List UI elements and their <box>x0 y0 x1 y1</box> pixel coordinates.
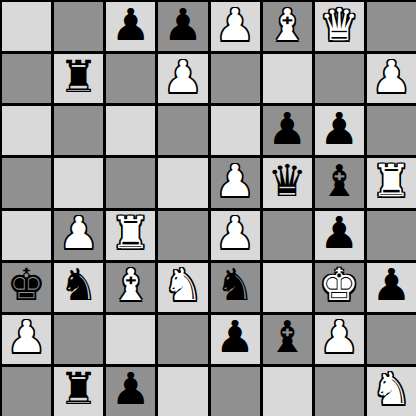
square-f7[interactable] <box>263 54 312 103</box>
square-b2[interactable] <box>54 315 103 364</box>
square-c3[interactable]: ♝ <box>106 263 155 312</box>
black-rook-piece: ♜ <box>59 55 98 99</box>
black-bishop-piece: ♝ <box>320 159 359 203</box>
square-d7[interactable]: ♟ <box>158 54 207 103</box>
black-pawn-piece: ♟ <box>372 263 411 307</box>
square-g4[interactable]: ♟ <box>315 211 364 260</box>
square-e1[interactable] <box>211 367 260 416</box>
black-king-piece: ♚ <box>7 263 46 307</box>
white-king-piece: ♚ <box>320 263 359 307</box>
square-e7[interactable] <box>211 54 260 103</box>
black-knight-piece: ♞ <box>215 263 254 307</box>
square-e6[interactable] <box>211 106 260 155</box>
square-b8[interactable] <box>54 2 103 51</box>
square-b7[interactable]: ♜ <box>54 54 103 103</box>
white-rook-piece: ♜ <box>372 159 411 203</box>
square-c5[interactable] <box>106 158 155 207</box>
white-pawn-piece: ♟ <box>372 55 411 99</box>
square-b6[interactable] <box>54 106 103 155</box>
square-f6[interactable]: ♟ <box>263 106 312 155</box>
square-d3[interactable]: ♞ <box>158 263 207 312</box>
square-f8[interactable]: ♝ <box>263 2 312 51</box>
black-pawn-piece: ♟ <box>320 211 359 255</box>
square-e3[interactable]: ♞ <box>211 263 260 312</box>
white-pawn-piece: ♟ <box>7 315 46 359</box>
white-pawn-piece: ♟ <box>59 211 98 255</box>
square-g6[interactable]: ♟ <box>315 106 364 155</box>
white-pawn-piece: ♟ <box>215 3 254 47</box>
square-a2[interactable]: ♟ <box>2 315 51 364</box>
square-e2[interactable]: ♟ <box>211 315 260 364</box>
square-f1[interactable] <box>263 367 312 416</box>
square-h2[interactable] <box>367 315 416 364</box>
chess-board: ♟♟♟♝♛♜♟♟♟♟♟♛♝♜♟♜♟♟♚♞♝♞♞♚♟♟♟♝♟♜♟♞ <box>0 0 416 416</box>
square-h1[interactable]: ♞ <box>367 367 416 416</box>
square-g8[interactable]: ♛ <box>315 2 364 51</box>
square-c6[interactable] <box>106 106 155 155</box>
square-a3[interactable]: ♚ <box>2 263 51 312</box>
square-h7[interactable]: ♟ <box>367 54 416 103</box>
square-f4[interactable] <box>263 211 312 260</box>
black-pawn-piece: ♟ <box>111 3 150 47</box>
black-pawn-piece: ♟ <box>111 367 150 411</box>
square-g5[interactable]: ♝ <box>315 158 364 207</box>
white-pawn-piece: ♟ <box>215 211 254 255</box>
square-h5[interactable]: ♜ <box>367 158 416 207</box>
white-pawn-piece: ♟ <box>320 315 359 359</box>
square-d5[interactable] <box>158 158 207 207</box>
square-c1[interactable]: ♟ <box>106 367 155 416</box>
square-h4[interactable] <box>367 211 416 260</box>
black-pawn-piece: ♟ <box>215 315 254 359</box>
black-pawn-piece: ♟ <box>163 3 202 47</box>
square-d6[interactable] <box>158 106 207 155</box>
square-e4[interactable]: ♟ <box>211 211 260 260</box>
square-g3[interactable]: ♚ <box>315 263 364 312</box>
white-bishop-piece: ♝ <box>267 3 306 47</box>
square-a7[interactable] <box>2 54 51 103</box>
square-d8[interactable]: ♟ <box>158 2 207 51</box>
square-a6[interactable] <box>2 106 51 155</box>
square-c8[interactable]: ♟ <box>106 2 155 51</box>
square-d2[interactable] <box>158 315 207 364</box>
white-queen-piece: ♛ <box>320 3 359 47</box>
square-a5[interactable] <box>2 158 51 207</box>
square-d1[interactable] <box>158 367 207 416</box>
square-f2[interactable]: ♝ <box>263 315 312 364</box>
square-b4[interactable]: ♟ <box>54 211 103 260</box>
square-g2[interactable]: ♟ <box>315 315 364 364</box>
white-rook-piece: ♜ <box>111 211 150 255</box>
white-knight-piece: ♞ <box>372 367 411 411</box>
black-pawn-piece: ♟ <box>320 107 359 151</box>
square-c4[interactable]: ♜ <box>106 211 155 260</box>
square-b5[interactable] <box>54 158 103 207</box>
square-a8[interactable] <box>2 2 51 51</box>
square-f5[interactable]: ♛ <box>263 158 312 207</box>
square-a4[interactable] <box>2 211 51 260</box>
black-knight-piece: ♞ <box>59 263 98 307</box>
black-rook-piece: ♜ <box>59 367 98 411</box>
white-pawn-piece: ♟ <box>163 55 202 99</box>
square-g1[interactable] <box>315 367 364 416</box>
square-b1[interactable]: ♜ <box>54 367 103 416</box>
black-pawn-piece: ♟ <box>267 107 306 151</box>
white-pawn-piece: ♟ <box>215 159 254 203</box>
square-g7[interactable] <box>315 54 364 103</box>
square-h3[interactable]: ♟ <box>367 263 416 312</box>
white-bishop-piece: ♝ <box>111 263 150 307</box>
black-bishop-piece: ♝ <box>267 315 306 359</box>
square-d4[interactable] <box>158 211 207 260</box>
square-h6[interactable] <box>367 106 416 155</box>
white-knight-piece: ♞ <box>163 263 202 307</box>
square-f3[interactable] <box>263 263 312 312</box>
square-c2[interactable] <box>106 315 155 364</box>
square-e8[interactable]: ♟ <box>211 2 260 51</box>
square-b3[interactable]: ♞ <box>54 263 103 312</box>
black-queen-piece: ♛ <box>267 159 306 203</box>
square-c7[interactable] <box>106 54 155 103</box>
square-e5[interactable]: ♟ <box>211 158 260 207</box>
square-a1[interactable] <box>2 367 51 416</box>
square-h8[interactable] <box>367 2 416 51</box>
